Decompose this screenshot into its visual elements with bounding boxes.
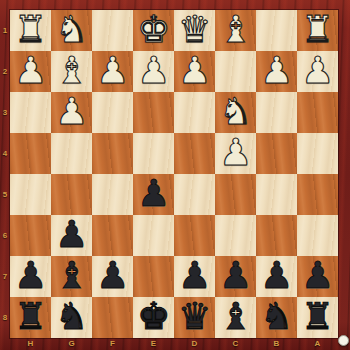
white-pawn[interactable]: ♟ [301, 50, 334, 91]
square-f2[interactable]: ♟ [92, 51, 133, 92]
square-a4[interactable] [297, 133, 338, 174]
square-c4[interactable]: ♟ [215, 133, 256, 174]
white-knight[interactable]: ♞ [55, 9, 88, 50]
square-a5[interactable] [297, 174, 338, 215]
square-e8[interactable]: ♚ [133, 297, 174, 338]
square-e6[interactable] [133, 215, 174, 256]
black-knight[interactable]: ♞ [55, 296, 88, 337]
square-h4[interactable] [10, 133, 51, 174]
square-b2[interactable]: ♟ [256, 51, 297, 92]
square-c2[interactable] [215, 51, 256, 92]
square-e4[interactable] [133, 133, 174, 174]
square-d3[interactable] [174, 92, 215, 133]
square-a6[interactable] [297, 215, 338, 256]
square-c5[interactable] [215, 174, 256, 215]
square-f1[interactable] [92, 10, 133, 51]
white-pawn[interactable]: ♟ [14, 50, 47, 91]
file-label-b: B [256, 338, 297, 350]
square-g3[interactable]: ♟ [51, 92, 92, 133]
square-d5[interactable] [174, 174, 215, 215]
square-f7[interactable]: ♟ [92, 256, 133, 297]
square-g5[interactable] [51, 174, 92, 215]
white-pawn[interactable]: ♟ [260, 50, 293, 91]
file-label-g: G [51, 338, 92, 350]
square-c3[interactable]: ♞ [215, 92, 256, 133]
white-pawn[interactable]: ♟ [219, 132, 252, 173]
black-pawn[interactable]: ♟ [96, 255, 129, 296]
square-c1[interactable]: ♝ [215, 10, 256, 51]
side-to-move-indicator [338, 335, 349, 346]
file-label-c: C [215, 338, 256, 350]
rank-label-1: 1 [0, 10, 10, 51]
square-f8[interactable] [92, 297, 133, 338]
black-knight[interactable]: ♞ [260, 296, 293, 337]
square-f3[interactable] [92, 92, 133, 133]
file-label-e: E [133, 338, 174, 350]
square-h8[interactable]: ♜ [10, 297, 51, 338]
square-g1[interactable]: ♞ [51, 10, 92, 51]
square-d1[interactable]: ♛ [174, 10, 215, 51]
square-a8[interactable]: ♜ [297, 297, 338, 338]
white-pawn[interactable]: ♟ [96, 50, 129, 91]
square-h6[interactable] [10, 215, 51, 256]
white-bishop[interactable]: ♝ [219, 9, 252, 50]
chess-board-frame: ♜♞♚♛♝♜♟♝♟♟♟♟♟♟♞♟♟♟♟♝♟♟♟♟♟♜♞♚♛♝♞♜ 1234567… [0, 0, 350, 350]
black-rook[interactable]: ♜ [301, 296, 334, 337]
black-bishop[interactable]: ♝ [55, 255, 88, 296]
square-h5[interactable] [10, 174, 51, 215]
chess-board[interactable]: ♜♞♚♛♝♜♟♝♟♟♟♟♟♟♞♟♟♟♟♝♟♟♟♟♟♜♞♚♛♝♞♜ [10, 10, 338, 338]
square-a7[interactable]: ♟ [297, 256, 338, 297]
rank-label-6: 6 [0, 215, 10, 256]
square-d2[interactable]: ♟ [174, 51, 215, 92]
square-g4[interactable] [51, 133, 92, 174]
white-king[interactable]: ♚ [137, 9, 170, 50]
square-f4[interactable] [92, 133, 133, 174]
black-pawn[interactable]: ♟ [137, 173, 170, 214]
black-pawn[interactable]: ♟ [219, 255, 252, 296]
square-b7[interactable]: ♟ [256, 256, 297, 297]
black-pawn[interactable]: ♟ [301, 255, 334, 296]
black-pawn[interactable]: ♟ [14, 255, 47, 296]
white-pawn[interactable]: ♟ [178, 50, 211, 91]
square-e1[interactable]: ♚ [133, 10, 174, 51]
square-a3[interactable] [297, 92, 338, 133]
rank-label-2: 2 [0, 51, 10, 92]
file-label-a: A [297, 338, 338, 350]
square-b6[interactable] [256, 215, 297, 256]
square-d4[interactable] [174, 133, 215, 174]
square-b4[interactable] [256, 133, 297, 174]
white-bishop[interactable]: ♝ [55, 50, 88, 91]
rank-label-7: 7 [0, 256, 10, 297]
square-c6[interactable] [215, 215, 256, 256]
black-pawn[interactable]: ♟ [178, 255, 211, 296]
rank-label-3: 3 [0, 92, 10, 133]
rank-label-8: 8 [0, 297, 10, 338]
square-d8[interactable]: ♛ [174, 297, 215, 338]
white-pawn[interactable]: ♟ [55, 91, 88, 132]
black-king[interactable]: ♚ [137, 296, 170, 337]
black-bishop[interactable]: ♝ [219, 296, 252, 337]
white-pawn[interactable]: ♟ [137, 50, 170, 91]
square-e3[interactable] [133, 92, 174, 133]
file-label-f: F [92, 338, 133, 350]
black-rook[interactable]: ♜ [14, 296, 47, 337]
square-e7[interactable] [133, 256, 174, 297]
rank-label-4: 4 [0, 133, 10, 174]
black-queen[interactable]: ♛ [178, 296, 211, 337]
rank-label-5: 5 [0, 174, 10, 215]
square-e5[interactable]: ♟ [133, 174, 174, 215]
square-g8[interactable]: ♞ [51, 297, 92, 338]
square-h7[interactable]: ♟ [10, 256, 51, 297]
black-pawn[interactable]: ♟ [55, 214, 88, 255]
square-c8[interactable]: ♝ [215, 297, 256, 338]
white-rook[interactable]: ♜ [14, 9, 47, 50]
square-f6[interactable] [92, 215, 133, 256]
square-b1[interactable] [256, 10, 297, 51]
white-rook[interactable]: ♜ [301, 9, 334, 50]
white-knight[interactable]: ♞ [219, 91, 252, 132]
square-e2[interactable]: ♟ [133, 51, 174, 92]
square-a1[interactable]: ♜ [297, 10, 338, 51]
square-h2[interactable]: ♟ [10, 51, 51, 92]
square-b5[interactable] [256, 174, 297, 215]
square-g6[interactable]: ♟ [51, 215, 92, 256]
file-label-d: D [174, 338, 215, 350]
white-queen[interactable]: ♛ [178, 9, 211, 50]
square-b3[interactable] [256, 92, 297, 133]
file-label-h: H [10, 338, 51, 350]
square-b8[interactable]: ♞ [256, 297, 297, 338]
square-g2[interactable]: ♝ [51, 51, 92, 92]
square-d7[interactable]: ♟ [174, 256, 215, 297]
square-c7[interactable]: ♟ [215, 256, 256, 297]
square-d6[interactable] [174, 215, 215, 256]
square-h1[interactable]: ♜ [10, 10, 51, 51]
square-f5[interactable] [92, 174, 133, 215]
square-a2[interactable]: ♟ [297, 51, 338, 92]
black-pawn[interactable]: ♟ [260, 255, 293, 296]
square-h3[interactable] [10, 92, 51, 133]
square-g7[interactable]: ♝ [51, 256, 92, 297]
